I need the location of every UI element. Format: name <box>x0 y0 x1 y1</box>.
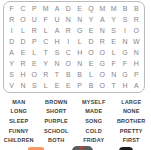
grid-cell[interactable]: N <box>74 14 85 25</box>
grid-cell[interactable]: I <box>119 25 130 36</box>
grid-cell[interactable]: D <box>17 36 28 47</box>
grid-cell[interactable]: I <box>6 25 17 36</box>
word-list-item: BROTHER <box>113 118 151 124</box>
grid-cell[interactable]: P <box>29 36 40 47</box>
grid-cell[interactable]: T <box>40 47 51 58</box>
grid-cell[interactable]: O <box>17 14 28 25</box>
grid-cell[interactable]: R <box>97 36 108 47</box>
grid-cell[interactable]: L <box>17 25 28 36</box>
grid-cell[interactable]: N <box>108 69 119 80</box>
word-list-item: LONG <box>0 108 38 114</box>
cutoff-orange-illustration <box>28 147 44 150</box>
grid-cell[interactable]: E <box>85 25 96 36</box>
grid-cell[interactable]: B <box>131 3 142 14</box>
grid-cell[interactable]: A <box>51 3 62 14</box>
grid-cell[interactable]: E <box>51 80 62 91</box>
grid-cell[interactable]: H <box>74 47 85 58</box>
grid-cell[interactable]: T <box>51 69 62 80</box>
grid-cell[interactable]: Y <box>108 14 119 25</box>
grid-cell[interactable]: L <box>108 47 119 58</box>
grid-cell[interactable]: N <box>131 47 142 58</box>
word-search-board: FCPMADEQMMBBROUFUNNYAYSRILRLARGENSIODDPC… <box>3 1 145 93</box>
grid-cell[interactable]: W <box>131 36 142 47</box>
grid-cell[interactable]: F <box>6 3 17 14</box>
word-list-item: BOTH <box>38 137 76 143</box>
grid-cell[interactable]: R <box>17 58 28 69</box>
grid-cell[interactable]: L <box>40 25 51 36</box>
word-list: MANBROWNMYSELFLARGELONGSHORTMADENONESLEE… <box>0 97 150 145</box>
grid-cell[interactable]: A <box>51 25 62 36</box>
grid-cell[interactable]: R <box>6 14 17 25</box>
word-list-item: NONE <box>113 108 151 114</box>
word-list-item: FIRST <box>113 137 151 143</box>
grid-cell[interactable]: Y <box>6 58 17 69</box>
grid-cell[interactable]: H <box>131 58 142 69</box>
grid-cell[interactable]: T <box>108 80 119 91</box>
grid-cell[interactable]: E <box>85 58 96 69</box>
word-list-item: BROWN <box>38 99 76 105</box>
grid-cell[interactable]: E <box>29 58 40 69</box>
grid-cell[interactable]: R <box>63 25 74 36</box>
grid-cell[interactable]: N <box>17 80 28 91</box>
grid-cell[interactable]: G <box>119 69 130 80</box>
grid-cell[interactable]: E <box>17 47 28 58</box>
grid-cell[interactable]: N <box>119 36 130 47</box>
grid-cell[interactable]: S <box>119 14 130 25</box>
grid-cell[interactable]: H <box>119 80 130 91</box>
grid-cell[interactable]: A <box>97 14 108 25</box>
word-list-item: MYSELF <box>75 99 113 105</box>
grid-cell[interactable]: I <box>63 36 74 47</box>
grid-cell[interactable]: C <box>17 3 28 14</box>
grid-cell[interactable]: B <box>63 69 74 80</box>
grid-cell[interactable]: O <box>29 69 40 80</box>
grid-cell[interactable]: F <box>119 58 130 69</box>
grid-cell[interactable]: Y <box>40 58 51 69</box>
grid-cell[interactable]: V <box>6 80 17 91</box>
grid-cell[interactable]: F <box>108 58 119 69</box>
grid-cell[interactable]: C <box>63 47 74 58</box>
grid-cell[interactable]: N <box>51 58 62 69</box>
grid-cell[interactable]: R <box>131 14 142 25</box>
grid-cell[interactable]: B <box>74 69 85 80</box>
word-list-item: PRETTY <box>113 128 151 134</box>
grid-cell[interactable]: O <box>131 25 142 36</box>
grid-cell[interactable]: P <box>131 69 142 80</box>
grid-cell[interactable]: A <box>6 47 17 58</box>
grid-cell[interactable]: M <box>40 3 51 14</box>
grid-cell[interactable]: L <box>40 80 51 91</box>
word-list-item: SHORT <box>38 108 76 114</box>
grid-cell[interactable]: N <box>97 25 108 36</box>
hat-dot-icon <box>80 146 83 149</box>
grid-cell[interactable]: D <box>6 36 17 47</box>
grid-cell[interactable]: S <box>51 47 62 58</box>
grid-cell[interactable]: S <box>108 25 119 36</box>
grid-cell[interactable]: U <box>29 14 40 25</box>
grid-cell[interactable]: E <box>63 80 74 91</box>
grid-cell[interactable]: G <box>97 58 108 69</box>
word-list-item: COLD <box>75 128 113 134</box>
grid-cell[interactable]: P <box>29 3 40 14</box>
word-list-item: FUNNY <box>0 128 38 134</box>
grid-cell[interactable]: O <box>97 80 108 91</box>
cutoff-hat-illustration <box>72 146 93 150</box>
word-list-item: SLEEP <box>0 118 38 124</box>
grid-cell[interactable]: G <box>119 47 130 58</box>
grid-cell[interactable]: O <box>97 69 108 80</box>
grid-cell[interactable]: F <box>40 14 51 25</box>
grid-cell[interactable]: Q <box>85 3 96 14</box>
grid-cell[interactable]: C <box>40 36 51 47</box>
grid-cell[interactable]: U <box>51 14 62 25</box>
grid-cell[interactable]: L <box>29 47 40 58</box>
grid-cell[interactable]: R <box>40 69 51 80</box>
word-list-item: MAN <box>0 99 38 105</box>
grid-cell[interactable]: S <box>6 69 17 80</box>
grid-cell[interactable]: L <box>85 69 96 80</box>
cutoff-black-illustration <box>119 147 133 150</box>
grid-cell[interactable]: N <box>74 58 85 69</box>
grid-cell[interactable]: E <box>74 3 85 14</box>
grid-cell[interactable]: M <box>108 3 119 14</box>
grid-cell[interactable]: O <box>63 58 74 69</box>
grid-cell[interactable]: H <box>17 69 28 80</box>
grid-cell[interactable]: D <box>85 36 96 47</box>
word-list-item: CHILDREN <box>0 137 38 143</box>
grid-cell[interactable]: S <box>29 80 40 91</box>
grid-cell[interactable]: R <box>29 25 40 36</box>
letter-grid: FCPMADEQMMBBROUFUNNYAYSRILRLARGENSIODDPC… <box>6 3 142 91</box>
word-list-item: FRIDAY <box>75 137 113 143</box>
grid-cell[interactable]: Y <box>85 14 96 25</box>
grid-cell[interactable]: N <box>63 14 74 25</box>
grid-cell[interactable]: E <box>108 36 119 47</box>
word-list-item: MADE <box>75 108 113 114</box>
grid-cell[interactable]: P <box>74 80 85 91</box>
grid-cell[interactable]: O <box>97 47 108 58</box>
grid-cell[interactable]: M <box>97 3 108 14</box>
grid-cell[interactable]: O <box>85 47 96 58</box>
grid-cell[interactable]: H <box>51 36 62 47</box>
word-list-item: LARGE <box>113 99 151 105</box>
grid-cell[interactable]: B <box>119 3 130 14</box>
grid-cell[interactable]: G <box>74 25 85 36</box>
grid-cell[interactable]: B <box>85 80 96 91</box>
grid-cell[interactable]: D <box>63 3 74 14</box>
word-list-item: SCHOOL <box>38 128 76 134</box>
grid-cell[interactable]: L <box>74 36 85 47</box>
grid-cell[interactable]: A <box>131 80 142 91</box>
word-list-item: SONG <box>75 118 113 124</box>
word-list-item: PURPLE <box>38 118 76 124</box>
